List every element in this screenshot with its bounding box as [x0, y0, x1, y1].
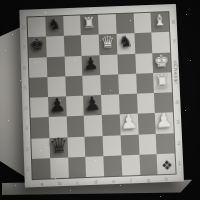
- piece-white-pawn: ♟: [119, 112, 138, 133]
- square-b1: [50, 157, 69, 178]
- square-b4: ♟: [48, 96, 66, 117]
- square-g8: [133, 13, 151, 34]
- piece-black-knight: ♞: [118, 34, 134, 51]
- file-label-e: e: [112, 177, 115, 183]
- piece-black-pawn: ♟: [83, 94, 101, 114]
- square-a3: [31, 117, 49, 138]
- square-g5: [136, 73, 155, 94]
- square-e5: [100, 74, 119, 95]
- square-c8: [63, 15, 81, 36]
- square-e6: [99, 54, 117, 75]
- square-d2: [85, 136, 104, 157]
- square-e8: [98, 14, 116, 35]
- chess-board: ♞♜♝♚♛♞♟♚♜♟♟♟♟♛ abcdefgh 87654321 8765432…: [19, 4, 184, 188]
- rank-label-1: 1: [26, 166, 29, 172]
- photo-scene: ♞♜♝♚♛♞♟♚♜♟♟♟♟♛ abcdefgh 87654321 8765432…: [0, 0, 200, 200]
- file-label-b: b: [58, 180, 61, 186]
- piece-white-queen: ♛: [100, 35, 116, 52]
- rank-label-3: 3: [25, 125, 28, 131]
- square-a2: [31, 138, 49, 159]
- square-c7: [63, 35, 81, 56]
- square-a1: [32, 158, 51, 179]
- square-e2: [103, 135, 122, 156]
- rank-label-5: 5: [24, 85, 27, 91]
- square-g3: [137, 113, 156, 134]
- rank-label-2: 2: [25, 146, 28, 152]
- square-e1: [103, 155, 122, 176]
- square-h7: [152, 32, 171, 53]
- square-a6: [29, 57, 47, 78]
- square-b2: ♛: [49, 137, 68, 158]
- file-label-h: h: [165, 175, 168, 181]
- square-f2: [120, 134, 139, 155]
- rank-label-6: 6: [23, 65, 26, 71]
- rank-label-7: 7: [172, 39, 175, 45]
- square-f6: [117, 53, 136, 74]
- square-b5: [47, 76, 65, 97]
- square-f4: [119, 94, 138, 115]
- square-c4: [66, 96, 84, 117]
- square-b3: [48, 117, 66, 138]
- square-h6: ♚: [152, 52, 171, 73]
- square-c6: [64, 55, 82, 76]
- rank-label-3: 3: [176, 119, 179, 125]
- file-label-f: f: [130, 177, 132, 183]
- square-f7: ♞: [116, 33, 134, 54]
- square-e4: [101, 94, 120, 115]
- dust-speckles: [0, 0, 1, 1]
- square-d6: ♟: [82, 55, 100, 76]
- rank-label-4: 4: [175, 99, 178, 105]
- square-d5: [83, 75, 101, 96]
- board-grid: ♞♜♝♚♛♞♟♚♜♟♟♟♟♛: [26, 11, 176, 180]
- square-f3: ♟: [120, 114, 139, 135]
- piece-black-pawn: ♟: [48, 95, 66, 115]
- rank-label-1: 1: [178, 160, 181, 166]
- square-h3: ♟: [155, 113, 174, 134]
- square-h5: ♜: [153, 72, 172, 93]
- square-h8: ♝: [151, 12, 169, 33]
- piece-white-rook: ♜: [154, 72, 172, 91]
- square-d3: [84, 115, 103, 136]
- piece-black-pawn: ♟: [83, 55, 100, 73]
- square-c2: [67, 136, 86, 157]
- square-a8: [27, 17, 45, 38]
- square-g4: [136, 93, 155, 114]
- square-a4: [30, 97, 48, 118]
- rank-label-8: 8: [22, 25, 25, 31]
- file-label-g: g: [147, 176, 150, 182]
- square-b6: [46, 56, 64, 77]
- square-b7: [46, 36, 64, 57]
- square-a7: ♚: [28, 37, 46, 58]
- piece-black-knight: ♞: [47, 17, 62, 33]
- piece-white-king: ♚: [153, 52, 170, 70]
- file-label-c: c: [76, 179, 79, 185]
- square-c1: [68, 157, 87, 178]
- square-c5: [65, 76, 83, 97]
- square-d1: [86, 156, 105, 177]
- square-g7: [134, 33, 153, 54]
- square-h4: [154, 92, 173, 113]
- rank-label-4: 4: [24, 105, 27, 111]
- piece-white-pawn: ♟: [155, 111, 174, 132]
- piece-black-queen: ♛: [48, 135, 68, 157]
- rank-label-2: 2: [177, 140, 180, 146]
- square-f8: [116, 13, 134, 34]
- piece-black-king: ♚: [29, 37, 45, 54]
- square-e3: [102, 115, 121, 136]
- file-label-d: d: [94, 178, 97, 184]
- piece-white-bishop: ♝: [152, 13, 167, 29]
- square-a5: [29, 77, 47, 98]
- square-d7: [81, 35, 99, 56]
- square-d4: ♟: [83, 95, 102, 116]
- square-h2: [156, 133, 175, 154]
- square-f5: [118, 73, 137, 94]
- square-f1: [121, 155, 140, 176]
- square-b8: ♞: [45, 16, 63, 37]
- board-logo-icon: ❖: [161, 157, 174, 173]
- piece-white-rook: ♜: [82, 16, 97, 32]
- square-d8: ♜: [80, 15, 98, 36]
- square-c3: [66, 116, 85, 137]
- square-g2: [138, 133, 157, 154]
- board-brand-text: Chess: [173, 64, 180, 82]
- square-g1: [139, 154, 158, 175]
- rank-label-8: 8: [172, 19, 175, 25]
- square-e7: ♛: [99, 34, 117, 55]
- square-g6: [135, 53, 154, 74]
- file-label-a: a: [40, 180, 43, 186]
- rank-label-7: 7: [22, 45, 25, 51]
